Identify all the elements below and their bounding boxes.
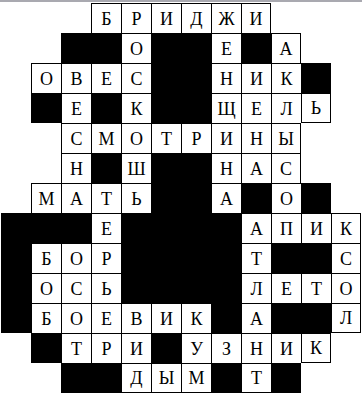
block-cell: [151, 63, 181, 93]
empty-area: [301, 33, 331, 63]
empty-area: [301, 3, 331, 33]
letter-cell[interactable]: М: [181, 363, 211, 393]
letter-cell[interactable]: Д: [181, 3, 211, 33]
block-cell: [301, 243, 331, 273]
letter-cell[interactable]: Е: [61, 93, 91, 123]
letter-cell[interactable]: К: [331, 213, 361, 243]
letter-cell[interactable]: И: [211, 123, 241, 153]
block-cell: [151, 153, 181, 183]
block-cell: [91, 153, 121, 183]
letter-cell[interactable]: Ь: [121, 183, 151, 213]
empty-area: [301, 123, 331, 153]
letter-cell[interactable]: А: [211, 183, 241, 213]
letter-cell[interactable]: С: [61, 273, 91, 303]
letter-cell[interactable]: Р: [91, 243, 121, 273]
letter-cell[interactable]: Е: [241, 93, 271, 123]
empty-area: [31, 153, 61, 183]
block-cell: [91, 33, 121, 63]
block-cell: [271, 243, 301, 273]
empty-area: [1, 33, 31, 63]
letter-cell[interactable]: Ж: [211, 3, 241, 33]
empty-area: [331, 63, 361, 93]
block-cell: [181, 63, 211, 93]
empty-area: [1, 333, 31, 363]
top-border-line: [0, 0, 362, 2]
empty-area: [61, 3, 91, 33]
letter-cell[interactable]: А: [241, 303, 271, 333]
letter-cell[interactable]: О: [31, 273, 61, 303]
letter-cell[interactable]: Л: [331, 303, 361, 333]
letter-cell[interactable]: П: [271, 213, 301, 243]
letter-cell[interactable]: Т: [301, 273, 331, 303]
letter-cell[interactable]: Т: [241, 243, 271, 273]
letter-cell[interactable]: Ы: [151, 363, 181, 393]
letter-cell[interactable]: Е: [211, 33, 241, 63]
letter-cell[interactable]: А: [241, 153, 271, 183]
letter-cell[interactable]: Щ: [211, 93, 241, 123]
letter-cell[interactable]: С: [121, 63, 151, 93]
letter-cell[interactable]: З: [211, 333, 241, 363]
block-cell: [61, 363, 91, 393]
block-cell: [301, 63, 331, 93]
letter-cell[interactable]: Н: [241, 123, 271, 153]
letter-cell[interactable]: О: [61, 243, 91, 273]
letter-cell[interactable]: Д: [121, 363, 151, 393]
block-cell: [31, 333, 61, 363]
block-cell: [1, 273, 31, 303]
empty-area: [331, 183, 361, 213]
block-cell: [211, 273, 241, 303]
empty-area: [31, 123, 61, 153]
letter-cell[interactable]: Н: [61, 153, 91, 183]
letter-cell[interactable]: Е: [271, 273, 301, 303]
letter-cell[interactable]: И: [241, 63, 271, 93]
block-cell: [1, 303, 31, 333]
letter-cell[interactable]: О: [61, 303, 91, 333]
letter-cell[interactable]: У: [181, 333, 211, 363]
letter-cell[interactable]: М: [31, 183, 61, 213]
letter-cell[interactable]: Р: [181, 123, 211, 153]
empty-area: [331, 33, 361, 63]
block-cell: [151, 183, 181, 213]
block-cell: [61, 33, 91, 63]
empty-area: [1, 363, 31, 393]
letter-cell[interactable]: И: [151, 3, 181, 33]
letter-cell[interactable]: О: [121, 123, 151, 153]
block-cell: [301, 303, 331, 333]
letter-cell[interactable]: О: [271, 183, 301, 213]
block-cell: [121, 213, 151, 243]
block-cell: [211, 303, 241, 333]
letter-cell[interactable]: Р: [121, 3, 151, 33]
block-cell: [121, 243, 151, 273]
letter-cell[interactable]: Т: [61, 333, 91, 363]
empty-area: [301, 153, 331, 183]
crossword-board: БРИДЖИОЕАОВЕСНИКЕКЩЕЛЬСМОТРИНЫНШНАСМАТЬА…: [1, 3, 361, 393]
empty-area: [31, 3, 61, 33]
letter-cell[interactable]: Ы: [271, 123, 301, 153]
letter-cell[interactable]: Е: [91, 63, 121, 93]
block-cell: [151, 243, 181, 273]
letter-cell[interactable]: И: [151, 303, 181, 333]
letter-cell[interactable]: Б: [91, 3, 121, 33]
empty-area: [331, 333, 361, 363]
block-cell: [211, 363, 241, 393]
block-cell: [181, 273, 211, 303]
letter-cell[interactable]: Н: [211, 153, 241, 183]
letter-cell[interactable]: С: [271, 153, 301, 183]
block-cell: [241, 33, 271, 63]
empty-area: [1, 3, 31, 33]
empty-area: [1, 153, 31, 183]
letter-cell[interactable]: Л: [271, 93, 301, 123]
block-cell: [151, 93, 181, 123]
block-cell: [151, 213, 181, 243]
letter-cell[interactable]: В: [61, 63, 91, 93]
letter-cell[interactable]: А: [61, 183, 91, 213]
empty-area: [331, 123, 361, 153]
block-cell: [121, 273, 151, 303]
letter-cell[interactable]: К: [301, 333, 331, 363]
block-cell: [271, 303, 301, 333]
empty-area: [1, 123, 31, 153]
letter-cell[interactable]: Н: [241, 333, 271, 363]
letter-cell[interactable]: Т: [151, 123, 181, 153]
block-cell: [181, 153, 211, 183]
letter-cell[interactable]: Б: [31, 303, 61, 333]
letter-cell[interactable]: Т: [241, 363, 271, 393]
block-cell: [301, 183, 331, 213]
letter-cell[interactable]: Н: [211, 63, 241, 93]
letter-cell[interactable]: К: [181, 303, 211, 333]
block-cell: [151, 273, 181, 303]
letter-cell[interactable]: О: [331, 273, 361, 303]
letter-cell[interactable]: Ш: [121, 153, 151, 183]
letter-cell[interactable]: Е: [91, 213, 121, 243]
block-cell: [91, 363, 121, 393]
letter-cell[interactable]: Ь: [301, 93, 331, 123]
letter-cell[interactable]: И: [121, 333, 151, 363]
block-cell: [211, 213, 241, 243]
letter-cell[interactable]: И: [271, 333, 301, 363]
block-cell: [1, 213, 31, 243]
empty-area: [331, 363, 361, 393]
block-cell: [181, 243, 211, 273]
empty-area: [331, 93, 361, 123]
empty-area: [1, 63, 31, 93]
block-cell: [91, 93, 121, 123]
block-cell: [181, 213, 211, 243]
block-cell: [1, 243, 31, 273]
block-cell: [181, 183, 211, 213]
block-cell: [211, 243, 241, 273]
letter-cell[interactable]: О: [121, 33, 151, 63]
letter-cell[interactable]: К: [121, 93, 151, 123]
block-cell: [151, 333, 181, 363]
block-cell: [181, 93, 211, 123]
empty-area: [1, 183, 31, 213]
letter-cell[interactable]: И: [241, 3, 271, 33]
letter-cell[interactable]: К: [271, 63, 301, 93]
letter-cell[interactable]: А: [241, 213, 271, 243]
letter-cell[interactable]: А: [271, 33, 301, 63]
block-cell: [31, 213, 61, 243]
letter-cell[interactable]: Р: [91, 333, 121, 363]
letter-cell[interactable]: С: [331, 243, 361, 273]
empty-area: [31, 33, 61, 63]
letter-cell[interactable]: Т: [91, 183, 121, 213]
block-cell: [61, 213, 91, 243]
block-cell: [151, 33, 181, 63]
empty-area: [271, 3, 301, 33]
letter-cell[interactable]: В: [121, 303, 151, 333]
letter-cell[interactable]: Ь: [91, 273, 121, 303]
letter-cell[interactable]: С: [61, 123, 91, 153]
letter-cell[interactable]: О: [31, 63, 61, 93]
empty-area: [301, 363, 331, 393]
empty-area: [331, 3, 361, 33]
block-cell: [241, 183, 271, 213]
empty-area: [331, 153, 361, 183]
letter-cell[interactable]: М: [91, 123, 121, 153]
letter-cell[interactable]: Л: [241, 273, 271, 303]
block-cell: [271, 363, 301, 393]
letter-cell[interactable]: И: [301, 213, 331, 243]
letter-cell[interactable]: Е: [91, 303, 121, 333]
empty-area: [1, 93, 31, 123]
empty-area: [31, 363, 61, 393]
letter-cell[interactable]: Б: [31, 243, 61, 273]
block-cell: [181, 33, 211, 63]
block-cell: [31, 93, 61, 123]
